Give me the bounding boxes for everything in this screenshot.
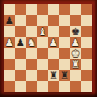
- square-e2[interactable]: ♜: [48, 70, 59, 81]
- square-c5[interactable]: ♞: [26, 37, 37, 48]
- square-b8[interactable]: [15, 4, 26, 15]
- square-d5[interactable]: [37, 37, 48, 48]
- piece-white-pawn-e5[interactable]: ♟: [48, 37, 59, 48]
- piece-black-pawn-a7[interactable]: ♟: [4, 15, 15, 26]
- square-a1[interactable]: [4, 81, 15, 92]
- square-f7[interactable]: [59, 15, 70, 26]
- square-d4[interactable]: [37, 48, 48, 59]
- square-h5[interactable]: [81, 37, 92, 48]
- piece-white-pawn-g5[interactable]: ♟: [70, 37, 81, 48]
- square-g1[interactable]: [70, 81, 81, 92]
- square-g4[interactable]: ♚: [70, 48, 81, 59]
- square-g6[interactable]: ♚: [70, 26, 81, 37]
- square-d8[interactable]: [37, 4, 48, 15]
- square-h1[interactable]: [81, 81, 92, 92]
- square-b4[interactable]: [15, 48, 26, 59]
- square-c8[interactable]: [26, 4, 37, 15]
- square-e6[interactable]: [48, 26, 59, 37]
- square-e7[interactable]: [48, 15, 59, 26]
- square-b3[interactable]: [15, 59, 26, 70]
- piece-white-pawn-a5[interactable]: ♟: [4, 37, 15, 48]
- chess-board-widget: ♟♝♚♟♟♞♟♟♚♜♜♜: [0, 0, 97, 97]
- piece-black-pawn-b5[interactable]: ♟: [15, 37, 26, 48]
- square-a7[interactable]: ♟: [4, 15, 15, 26]
- square-c6[interactable]: [26, 26, 37, 37]
- square-g3[interactable]: ♜: [70, 59, 81, 70]
- square-a5[interactable]: ♟: [4, 37, 15, 48]
- square-h6[interactable]: [81, 26, 92, 37]
- square-h4[interactable]: [81, 48, 92, 59]
- piece-white-knight-c5[interactable]: ♞: [26, 37, 37, 48]
- square-a8[interactable]: [4, 4, 15, 15]
- square-e1[interactable]: [48, 81, 59, 92]
- square-d7[interactable]: [37, 15, 48, 26]
- square-g8[interactable]: [70, 4, 81, 15]
- square-b6[interactable]: [15, 26, 26, 37]
- square-e3[interactable]: [48, 59, 59, 70]
- square-f3[interactable]: [59, 59, 70, 70]
- square-h2[interactable]: [81, 70, 92, 81]
- square-a4[interactable]: [4, 48, 15, 59]
- square-e8[interactable]: [48, 4, 59, 15]
- square-f4[interactable]: [59, 48, 70, 59]
- piece-white-rook-g3[interactable]: ♜: [70, 59, 81, 70]
- square-f1[interactable]: [59, 81, 70, 92]
- square-e5[interactable]: ♟: [48, 37, 59, 48]
- square-d6[interactable]: ♝: [37, 26, 48, 37]
- square-f5[interactable]: [59, 37, 70, 48]
- square-a6[interactable]: [4, 26, 15, 37]
- square-h7[interactable]: [81, 15, 92, 26]
- piece-black-rook-e2[interactable]: ♜: [48, 70, 59, 81]
- square-g2[interactable]: [70, 70, 81, 81]
- square-c1[interactable]: [26, 81, 37, 92]
- square-c2[interactable]: [26, 70, 37, 81]
- square-b1[interactable]: [15, 81, 26, 92]
- square-d1[interactable]: [37, 81, 48, 92]
- square-d2[interactable]: [37, 70, 48, 81]
- square-f8[interactable]: [59, 4, 70, 15]
- square-g5[interactable]: ♟: [70, 37, 81, 48]
- square-h3[interactable]: [81, 59, 92, 70]
- piece-white-bishop-d6[interactable]: ♝: [37, 26, 48, 37]
- chess-board[interactable]: ♟♝♚♟♟♞♟♟♚♜♜♜: [4, 4, 92, 92]
- square-b2[interactable]: [15, 70, 26, 81]
- square-a2[interactable]: [4, 70, 15, 81]
- piece-black-king-g6[interactable]: ♚: [70, 26, 81, 37]
- square-h8[interactable]: [81, 4, 92, 15]
- piece-white-king-g4[interactable]: ♚: [70, 48, 81, 59]
- square-d3[interactable]: [37, 59, 48, 70]
- square-b5[interactable]: ♟: [15, 37, 26, 48]
- square-e4[interactable]: [48, 48, 59, 59]
- square-c7[interactable]: [26, 15, 37, 26]
- square-a3[interactable]: [4, 59, 15, 70]
- square-b7[interactable]: [15, 15, 26, 26]
- piece-black-rook-f2[interactable]: ♜: [59, 70, 70, 81]
- square-f6[interactable]: [59, 26, 70, 37]
- square-c4[interactable]: [26, 48, 37, 59]
- square-g7[interactable]: [70, 15, 81, 26]
- square-f2[interactable]: ♜: [59, 70, 70, 81]
- square-c3[interactable]: [26, 59, 37, 70]
